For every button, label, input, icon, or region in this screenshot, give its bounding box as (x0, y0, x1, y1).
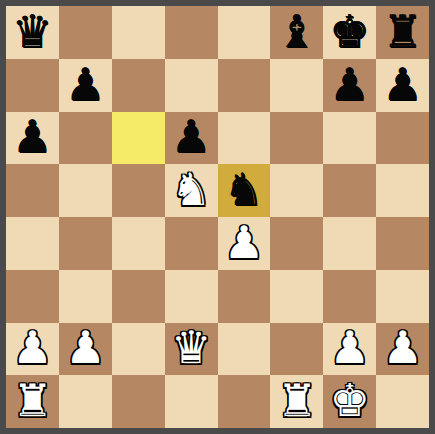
square-g1[interactable]: ♚ (323, 375, 376, 428)
piece-black-pawn[interactable]: ♟ (65, 62, 105, 107)
piece-black-rook[interactable]: ♜ (382, 9, 422, 54)
chess-app: ♛♝♚♜♟♟♟♟♟♞♞♟♟♟♛♟♟♜♜♚ (0, 0, 435, 434)
piece-white-pawn[interactable]: ♟ (65, 325, 105, 370)
square-a4[interactable] (6, 217, 59, 270)
square-a1[interactable]: ♜ (6, 375, 59, 428)
square-g8[interactable]: ♚ (323, 6, 376, 59)
piece-black-queen[interactable]: ♛ (12, 9, 52, 54)
piece-black-king[interactable]: ♚ (330, 9, 370, 54)
square-a7[interactable] (6, 59, 59, 112)
square-a2[interactable]: ♟ (6, 323, 59, 376)
square-b8[interactable] (59, 6, 112, 59)
square-g5[interactable] (323, 164, 376, 217)
square-e1[interactable] (218, 375, 271, 428)
piece-black-pawn[interactable]: ♟ (171, 114, 211, 159)
square-e4[interactable]: ♟ (218, 217, 271, 270)
square-h6[interactable] (376, 112, 429, 165)
square-h4[interactable] (376, 217, 429, 270)
square-b6[interactable] (59, 112, 112, 165)
square-g3[interactable] (323, 270, 376, 323)
square-f1[interactable]: ♜ (270, 375, 323, 428)
square-c4[interactable] (112, 217, 165, 270)
square-b5[interactable] (59, 164, 112, 217)
square-h8[interactable]: ♜ (376, 6, 429, 59)
square-g2[interactable]: ♟ (323, 323, 376, 376)
chess-board: ♛♝♚♜♟♟♟♟♟♞♞♟♟♟♛♟♟♜♜♚ (0, 0, 435, 434)
square-f6[interactable] (270, 112, 323, 165)
piece-black-bishop[interactable]: ♝ (277, 9, 317, 54)
square-c1[interactable] (112, 375, 165, 428)
square-a5[interactable] (6, 164, 59, 217)
square-c2[interactable] (112, 323, 165, 376)
square-a8[interactable]: ♛ (6, 6, 59, 59)
square-c6[interactable] (112, 112, 165, 165)
square-b7[interactable]: ♟ (59, 59, 112, 112)
square-g6[interactable] (323, 112, 376, 165)
chess-board-grid: ♛♝♚♜♟♟♟♟♟♞♞♟♟♟♛♟♟♜♜♚ (6, 6, 429, 428)
square-d8[interactable] (165, 6, 218, 59)
piece-black-pawn[interactable]: ♟ (382, 62, 422, 107)
square-f2[interactable] (270, 323, 323, 376)
square-f4[interactable] (270, 217, 323, 270)
square-h3[interactable] (376, 270, 429, 323)
piece-white-pawn[interactable]: ♟ (382, 325, 422, 370)
square-e8[interactable] (218, 6, 271, 59)
square-h1[interactable] (376, 375, 429, 428)
square-f7[interactable] (270, 59, 323, 112)
square-d6[interactable]: ♟ (165, 112, 218, 165)
square-g7[interactable]: ♟ (323, 59, 376, 112)
square-b3[interactable] (59, 270, 112, 323)
square-h7[interactable]: ♟ (376, 59, 429, 112)
square-d4[interactable] (165, 217, 218, 270)
piece-black-pawn[interactable]: ♟ (12, 114, 52, 159)
square-c3[interactable] (112, 270, 165, 323)
square-b1[interactable] (59, 375, 112, 428)
square-d2[interactable]: ♛ (165, 323, 218, 376)
piece-black-knight[interactable]: ♞ (224, 167, 264, 212)
square-e3[interactable] (218, 270, 271, 323)
square-f8[interactable]: ♝ (270, 6, 323, 59)
square-h2[interactable]: ♟ (376, 323, 429, 376)
square-h5[interactable] (376, 164, 429, 217)
square-f3[interactable] (270, 270, 323, 323)
piece-white-rook[interactable]: ♜ (12, 378, 52, 423)
piece-white-knight[interactable]: ♞ (171, 167, 211, 212)
square-d5[interactable]: ♞ (165, 164, 218, 217)
square-g4[interactable] (323, 217, 376, 270)
piece-white-queen[interactable]: ♛ (171, 325, 211, 370)
square-c8[interactable] (112, 6, 165, 59)
square-d7[interactable] (165, 59, 218, 112)
piece-white-king[interactable]: ♚ (330, 378, 370, 423)
square-c5[interactable] (112, 164, 165, 217)
square-e7[interactable] (218, 59, 271, 112)
piece-black-pawn[interactable]: ♟ (330, 62, 370, 107)
piece-white-pawn[interactable]: ♟ (224, 220, 264, 265)
square-c7[interactable] (112, 59, 165, 112)
square-d1[interactable] (165, 375, 218, 428)
square-a3[interactable] (6, 270, 59, 323)
piece-white-pawn[interactable]: ♟ (330, 325, 370, 370)
square-b4[interactable] (59, 217, 112, 270)
square-b2[interactable]: ♟ (59, 323, 112, 376)
piece-white-rook[interactable]: ♜ (277, 378, 317, 423)
piece-white-pawn[interactable]: ♟ (12, 325, 52, 370)
square-f5[interactable] (270, 164, 323, 217)
square-a6[interactable]: ♟ (6, 112, 59, 165)
square-e5[interactable]: ♞ (218, 164, 271, 217)
square-e6[interactable] (218, 112, 271, 165)
square-d3[interactable] (165, 270, 218, 323)
square-e2[interactable] (218, 323, 271, 376)
